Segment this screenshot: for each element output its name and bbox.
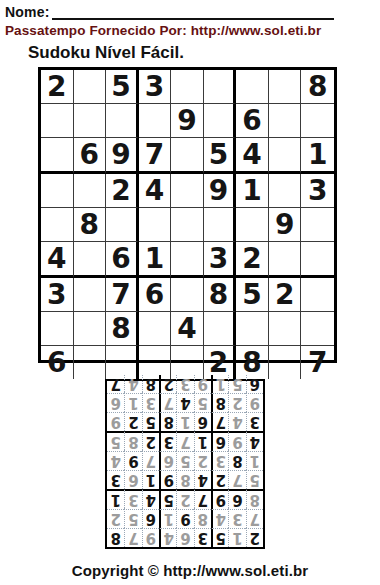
puzzle-cell-r6c8 — [269, 242, 302, 278]
solution-cell-r4c1: 5 — [246, 470, 263, 489]
solution-cell-r6c9: 5 — [107, 431, 124, 451]
puzzle-cell-r2c1 — [41, 104, 74, 138]
puzzle-cell-r5c1 — [41, 208, 74, 242]
solution-cell-r6c4: 1 — [194, 431, 211, 451]
puzzle-cell-r4c9: 3 — [301, 174, 334, 208]
puzzle-cell-r4c2 — [74, 174, 107, 208]
solution-cell-r1c3: 5 — [211, 528, 228, 547]
solution-cell-r2c1: 7 — [246, 509, 263, 528]
name-label: Nome: — [5, 4, 50, 20]
puzzle-cell-r7c4: 6 — [139, 278, 172, 312]
solution-cell-r5c6: 6 — [159, 451, 176, 470]
puzzle-cell-r4c5 — [171, 174, 204, 208]
puzzle-cell-r2c8 — [269, 104, 302, 138]
solution-cell-r3c9: 1 — [107, 489, 124, 509]
page: Nome: Passatempo Fornecido Por: http://w… — [0, 0, 380, 579]
puzzle-cell-r4c4: 4 — [139, 174, 172, 208]
solution-cell-r3c6: 5 — [159, 489, 176, 509]
solution-cell-r1c2: 1 — [228, 528, 245, 547]
solution-cell-r2c9: 2 — [107, 509, 124, 528]
puzzle-cell-r6c1: 4 — [41, 242, 74, 278]
solution-cell-r2c6: 1 — [159, 509, 176, 528]
solution-cell-r6c3: 6 — [211, 431, 228, 451]
puzzle-cell-r4c3: 2 — [106, 174, 139, 208]
puzzle-cell-r3c5 — [171, 138, 204, 174]
puzzle-cell-r1c6 — [204, 70, 237, 104]
solution-cell-r2c8: 5 — [124, 509, 141, 528]
solution-cell-r7c7: 5 — [142, 412, 159, 431]
solution-cell-r4c3: 2 — [211, 470, 228, 489]
puzzle-cell-r9c9: 7 — [301, 346, 334, 379]
solution-cell-r7c9: 9 — [107, 412, 124, 431]
solution-cell-r8c2: 2 — [228, 393, 245, 412]
puzzle-cell-r2c6 — [204, 104, 237, 138]
puzzle-cell-r3c2: 6 — [74, 138, 107, 174]
puzzle-cell-r5c3 — [106, 208, 139, 242]
solution-cell-r4c4: 4 — [194, 470, 211, 489]
puzzle-cell-r2c2 — [74, 104, 107, 138]
puzzle-cell-r5c5 — [171, 208, 204, 242]
puzzle-cell-r5c9 — [301, 208, 334, 242]
puzzle-cell-r8c6 — [204, 312, 237, 346]
puzzle-cell-r2c5: 9 — [171, 104, 204, 138]
puzzle-cell-r1c8 — [269, 70, 302, 104]
puzzle-cell-r9c1: 6 — [41, 346, 74, 379]
solution-cell-r2c3: 4 — [211, 509, 228, 528]
puzzle-cell-r7c1: 3 — [41, 278, 74, 312]
puzzle-cell-r5c6 — [204, 208, 237, 242]
solution-cell-r5c2: 8 — [228, 451, 245, 470]
solution-cell-r8c8: 1 — [124, 393, 141, 412]
puzzle-cell-r2c9 — [301, 104, 334, 138]
solution-cell-r2c7: 6 — [142, 509, 159, 528]
puzzle-cell-r8c4 — [139, 312, 172, 346]
puzzle-cell-r1c5 — [171, 70, 204, 104]
solution-cell-r7c5: 1 — [176, 412, 193, 431]
puzzle-cell-r7c5 — [171, 278, 204, 312]
solution-cell-r4c6: 9 — [159, 470, 176, 489]
solution-cell-r4c8: 6 — [124, 470, 141, 489]
solution-cell-r7c3: 7 — [211, 412, 228, 431]
solution-cell-r6c8: 8 — [124, 431, 141, 451]
puzzle-cell-r8c9 — [301, 312, 334, 346]
solution-cell-r8c6: 7 — [159, 393, 176, 412]
solution-cell-r8c5: 4 — [176, 393, 193, 412]
solution-cell-r3c2: 6 — [228, 489, 245, 509]
page-title: Sudoku Nível Fácil. — [0, 38, 380, 67]
puzzle-cell-r7c3: 7 — [106, 278, 139, 312]
solution-cell-r1c7: 9 — [142, 528, 159, 547]
solution-cell-r9c8: 4 — [124, 375, 141, 393]
puzzle-cell-r3c8 — [269, 138, 302, 174]
puzzle-cell-r3c9: 1 — [301, 138, 334, 174]
solution-cell-r3c7: 4 — [142, 489, 159, 509]
solution-cell-r1c8: 7 — [124, 528, 141, 547]
solution-cell-r8c3: 8 — [211, 393, 228, 412]
solution-cell-r3c8: 3 — [124, 489, 141, 509]
puzzle-cell-r8c8 — [269, 312, 302, 346]
solution-cell-r3c5: 2 — [176, 489, 193, 509]
solution-cell-r2c5: 9 — [176, 509, 193, 528]
puzzle-cell-r6c7: 2 — [236, 242, 269, 278]
puzzle-cell-r3c4: 7 — [139, 138, 172, 174]
solution-cell-r6c1: 4 — [246, 431, 263, 451]
puzzle-cell-r1c2 — [74, 70, 107, 104]
puzzle-cell-r2c7: 6 — [236, 104, 269, 138]
solution-cell-r4c2: 7 — [228, 470, 245, 489]
puzzle-cell-r8c1 — [41, 312, 74, 346]
puzzle-cell-r5c8: 9 — [269, 208, 302, 242]
puzzle-cell-r9c8 — [269, 346, 302, 379]
solution-cell-r8c9: 6 — [107, 393, 124, 412]
solution-cell-r3c4: 7 — [194, 489, 211, 509]
puzzle-cell-r8c7 — [236, 312, 269, 346]
solution-cell-r9c9: 7 — [107, 375, 124, 393]
puzzle-cell-r4c7: 1 — [236, 174, 269, 208]
puzzle-cell-r7c6: 8 — [204, 278, 237, 312]
solution-cell-r1c1: 2 — [246, 528, 263, 547]
solution-cell-r1c6: 4 — [159, 528, 176, 547]
solution-cell-r9c1: 6 — [246, 375, 263, 393]
puzzle-cell-r5c2: 8 — [74, 208, 107, 242]
puzzle-cell-r3c1 — [41, 138, 74, 174]
puzzle-cell-r8c2 — [74, 312, 107, 346]
solution-cell-r5c5: 5 — [176, 451, 193, 470]
puzzle-cell-r1c9: 8 — [301, 70, 334, 104]
puzzle-cell-r6c4: 1 — [139, 242, 172, 278]
solution-cell-r9c6: 2 — [159, 375, 176, 393]
puzzle-cell-r8c5: 4 — [171, 312, 204, 346]
puzzle-cell-r2c3 — [106, 104, 139, 138]
solution-cell-r4c9: 3 — [107, 470, 124, 489]
puzzle-cell-r5c4 — [139, 208, 172, 242]
solution-cell-r5c8: 9 — [124, 451, 141, 470]
puzzle-cell-r3c6: 5 — [204, 138, 237, 174]
solution-cell-r6c6: 3 — [159, 431, 176, 451]
solution-grid: 2153649787348916528697254315724891631832… — [105, 379, 265, 549]
solution-cell-r6c7: 2 — [142, 431, 159, 451]
name-row: Nome: — [0, 0, 380, 20]
puzzle-cell-r4c8 — [269, 174, 302, 208]
solution-cell-r7c8: 2 — [124, 412, 141, 431]
solution-cell-r5c7: 7 — [142, 451, 159, 470]
solution-cell-r4c7: 1 — [142, 470, 159, 489]
solution-cell-r6c2: 9 — [228, 431, 245, 451]
solution-cell-r8c4: 5 — [194, 393, 211, 412]
puzzle-cell-r1c7 — [236, 70, 269, 104]
puzzle-cell-r1c3: 5 — [106, 70, 139, 104]
copyright-text: Copyright © http://www.sol.eti.br — [0, 562, 380, 579]
puzzle-cell-r2c4 — [139, 104, 172, 138]
solution-cell-r9c2: 5 — [228, 375, 245, 393]
solution-cell-r7c2: 4 — [228, 412, 245, 431]
provided-by-text: Passatempo Fornecido Por: http://www.sol… — [0, 20, 380, 38]
solution-cell-r3c3: 9 — [211, 489, 228, 509]
puzzle-cell-r9c2 — [74, 346, 107, 379]
solution-cell-r9c5: 3 — [176, 375, 193, 393]
puzzle-cell-r7c9 — [301, 278, 334, 312]
solution-cell-r8c1: 9 — [246, 393, 263, 412]
puzzle-cell-r1c4: 3 — [139, 70, 172, 104]
solution-cell-r3c1: 8 — [246, 489, 263, 509]
solution-cell-r1c4: 3 — [194, 528, 211, 547]
puzzle-cell-r6c3: 6 — [106, 242, 139, 278]
solution-cell-r5c9: 4 — [107, 451, 124, 470]
solution-cell-r4c5: 8 — [176, 470, 193, 489]
solution-cell-r5c1: 1 — [246, 451, 263, 470]
solution-cell-r2c4: 8 — [194, 509, 211, 528]
solution-cell-r2c2: 3 — [228, 509, 245, 528]
solution-cell-r7c6: 8 — [159, 412, 176, 431]
solution-cell-r9c4: 9 — [194, 375, 211, 393]
name-blank-line — [52, 5, 334, 20]
solution-cell-r1c9: 8 — [107, 528, 124, 547]
puzzle-cell-r7c7: 5 — [236, 278, 269, 312]
puzzle-cell-r6c2 — [74, 242, 107, 278]
puzzle-cell-r6c5 — [171, 242, 204, 278]
solution-cell-r7c1: 3 — [246, 412, 263, 431]
solution-cell-r5c3: 3 — [211, 451, 228, 470]
puzzle-cell-r3c7: 4 — [236, 138, 269, 174]
puzzle-cell-r8c3: 8 — [106, 312, 139, 346]
puzzle-cell-r6c6: 3 — [204, 242, 237, 278]
puzzle-grid: 253896697541249138946132376852846287 — [38, 67, 337, 363]
puzzle-cell-r7c2 — [74, 278, 107, 312]
puzzle-cell-r4c1 — [41, 174, 74, 208]
solution-cell-r7c4: 6 — [194, 412, 211, 431]
solution-cell-r9c3: 1 — [211, 375, 228, 393]
solution-cell-r1c5: 6 — [176, 528, 193, 547]
solution-cell-r8c7: 3 — [142, 393, 159, 412]
puzzle-cell-r1c1: 2 — [41, 70, 74, 104]
puzzle-cell-r3c3: 9 — [106, 138, 139, 174]
solution-cell-r5c4: 2 — [194, 451, 211, 470]
solution-cell-r9c7: 8 — [142, 375, 159, 393]
puzzle-cell-r4c6: 9 — [204, 174, 237, 208]
solution-cell-r6c5: 7 — [176, 431, 193, 451]
puzzle-cell-r6c9 — [301, 242, 334, 278]
puzzle-cell-r5c7 — [236, 208, 269, 242]
puzzle-cell-r7c8: 2 — [269, 278, 302, 312]
